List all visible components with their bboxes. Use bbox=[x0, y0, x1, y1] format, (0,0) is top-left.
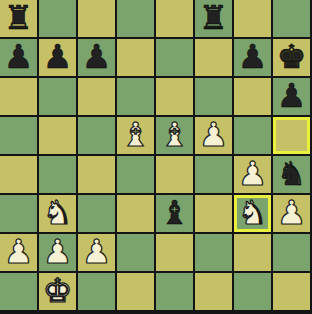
square-e5[interactable]: ♝ bbox=[156, 117, 195, 156]
square-d3[interactable] bbox=[117, 195, 156, 234]
square-h5[interactable] bbox=[273, 117, 312, 156]
square-e2[interactable] bbox=[156, 234, 195, 273]
white-pawn[interactable]: ♟ bbox=[238, 157, 268, 190]
square-g2[interactable] bbox=[234, 234, 273, 273]
black-rook[interactable]: ♜ bbox=[4, 1, 34, 34]
square-e1[interactable] bbox=[156, 273, 195, 312]
square-e3[interactable]: ♝ bbox=[156, 195, 195, 234]
square-g6[interactable] bbox=[234, 78, 273, 117]
square-g5[interactable] bbox=[234, 117, 273, 156]
black-pawn[interactable]: ♟ bbox=[238, 40, 268, 73]
white-knight[interactable]: ♞ bbox=[43, 196, 73, 229]
black-bishop[interactable]: ♝ bbox=[160, 196, 190, 229]
white-pawn[interactable]: ♟ bbox=[199, 118, 229, 151]
square-b3[interactable]: ♞ bbox=[39, 195, 78, 234]
white-pawn[interactable]: ♟ bbox=[82, 235, 112, 268]
square-a8[interactable]: ♜ bbox=[0, 0, 39, 39]
square-a2[interactable]: ♟ bbox=[0, 234, 39, 273]
square-h2[interactable] bbox=[273, 234, 312, 273]
square-c8[interactable] bbox=[78, 0, 117, 39]
square-g3[interactable]: ♞ bbox=[234, 195, 273, 234]
square-b8[interactable] bbox=[39, 0, 78, 39]
square-b7[interactable]: ♟ bbox=[39, 39, 78, 78]
square-b2[interactable]: ♟ bbox=[39, 234, 78, 273]
square-d8[interactable] bbox=[117, 0, 156, 39]
square-h7[interactable]: ♚ bbox=[273, 39, 312, 78]
square-a3[interactable] bbox=[0, 195, 39, 234]
white-pawn[interactable]: ♟ bbox=[4, 235, 34, 268]
square-d7[interactable] bbox=[117, 39, 156, 78]
black-pawn[interactable]: ♟ bbox=[4, 40, 34, 73]
square-f4[interactable] bbox=[195, 156, 234, 195]
square-g7[interactable]: ♟ bbox=[234, 39, 273, 78]
square-a6[interactable] bbox=[0, 78, 39, 117]
white-king[interactable]: ♚ bbox=[43, 274, 73, 307]
black-rook[interactable]: ♜ bbox=[199, 1, 229, 34]
black-pawn[interactable]: ♟ bbox=[82, 40, 112, 73]
square-f2[interactable] bbox=[195, 234, 234, 273]
square-e7[interactable] bbox=[156, 39, 195, 78]
white-knight[interactable]: ♞ bbox=[238, 196, 268, 229]
square-h3[interactable]: ♟ bbox=[273, 195, 312, 234]
square-d1[interactable] bbox=[117, 273, 156, 312]
square-h4[interactable]: ♞ bbox=[273, 156, 312, 195]
square-f6[interactable] bbox=[195, 78, 234, 117]
square-c1[interactable] bbox=[78, 273, 117, 312]
square-c5[interactable] bbox=[78, 117, 117, 156]
square-a1[interactable] bbox=[0, 273, 39, 312]
square-g1[interactable] bbox=[234, 273, 273, 312]
square-f1[interactable] bbox=[195, 273, 234, 312]
square-f8[interactable]: ♜ bbox=[195, 0, 234, 39]
board-container: ♜♜♟♟♟♟♚♟♝♝♟♟♞♞♝♞♟♟♟♟♚ bbox=[0, 0, 312, 314]
white-pawn[interactable]: ♟ bbox=[43, 235, 73, 268]
square-f3[interactable] bbox=[195, 195, 234, 234]
square-b5[interactable] bbox=[39, 117, 78, 156]
square-c2[interactable]: ♟ bbox=[78, 234, 117, 273]
black-king[interactable]: ♚ bbox=[277, 40, 307, 73]
black-knight[interactable]: ♞ bbox=[277, 157, 307, 190]
square-d6[interactable] bbox=[117, 78, 156, 117]
black-pawn[interactable]: ♟ bbox=[277, 79, 307, 112]
square-b1[interactable]: ♚ bbox=[39, 273, 78, 312]
square-c3[interactable] bbox=[78, 195, 117, 234]
white-pawn[interactable]: ♟ bbox=[277, 196, 307, 229]
square-g8[interactable] bbox=[234, 0, 273, 39]
square-c7[interactable]: ♟ bbox=[78, 39, 117, 78]
black-pawn[interactable]: ♟ bbox=[43, 40, 73, 73]
square-h1[interactable] bbox=[273, 273, 312, 312]
square-a5[interactable] bbox=[0, 117, 39, 156]
square-f7[interactable] bbox=[195, 39, 234, 78]
square-d2[interactable] bbox=[117, 234, 156, 273]
square-h6[interactable]: ♟ bbox=[273, 78, 312, 117]
square-e4[interactable] bbox=[156, 156, 195, 195]
white-bishop[interactable]: ♝ bbox=[160, 118, 190, 151]
square-b4[interactable] bbox=[39, 156, 78, 195]
square-b6[interactable] bbox=[39, 78, 78, 117]
square-c4[interactable] bbox=[78, 156, 117, 195]
square-g4[interactable]: ♟ bbox=[234, 156, 273, 195]
square-a4[interactable] bbox=[0, 156, 39, 195]
square-d4[interactable] bbox=[117, 156, 156, 195]
square-a7[interactable]: ♟ bbox=[0, 39, 39, 78]
square-f5[interactable]: ♟ bbox=[195, 117, 234, 156]
white-bishop[interactable]: ♝ bbox=[121, 118, 151, 151]
square-c6[interactable] bbox=[78, 78, 117, 117]
square-e8[interactable] bbox=[156, 0, 195, 39]
square-e6[interactable] bbox=[156, 78, 195, 117]
chess-board: ♜♜♟♟♟♟♚♟♝♝♟♟♞♞♝♞♟♟♟♟♚ bbox=[0, 0, 312, 312]
square-h8[interactable] bbox=[273, 0, 312, 39]
square-d5[interactable]: ♝ bbox=[117, 117, 156, 156]
